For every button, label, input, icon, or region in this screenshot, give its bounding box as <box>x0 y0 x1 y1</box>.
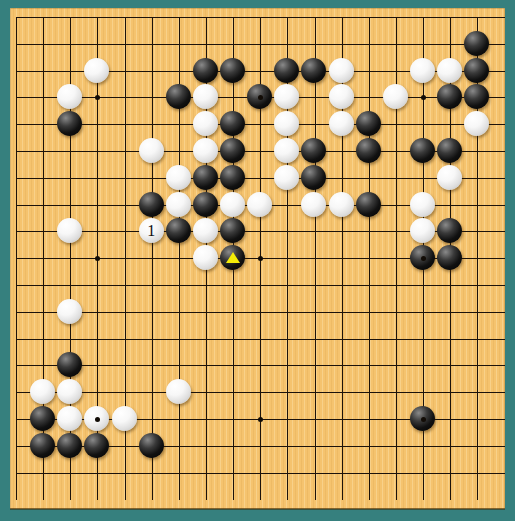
black-stone[interactable] <box>220 111 245 136</box>
triangle-marker <box>226 252 240 263</box>
hoshi-star-point <box>95 256 100 261</box>
white-stone[interactable] <box>57 84 82 109</box>
white-stone[interactable] <box>57 379 82 404</box>
white-stone[interactable]: 1 <box>139 218 164 243</box>
white-stone[interactable] <box>383 84 408 109</box>
black-stone[interactable] <box>220 138 245 163</box>
white-stone[interactable] <box>247 192 272 217</box>
black-stone[interactable] <box>193 165 218 190</box>
white-stone[interactable] <box>329 84 354 109</box>
black-stone[interactable] <box>193 192 218 217</box>
black-stone[interactable] <box>57 352 82 377</box>
board-bottom-shadow <box>10 508 505 510</box>
move-number-label: 1 <box>139 218 164 243</box>
black-stone[interactable] <box>220 58 245 83</box>
white-stone[interactable] <box>30 379 55 404</box>
hoshi-star-point <box>258 417 263 422</box>
black-stone[interactable] <box>220 165 245 190</box>
white-stone[interactable] <box>329 192 354 217</box>
black-stone[interactable] <box>356 192 381 217</box>
black-stone[interactable] <box>301 165 326 190</box>
board-frame: 1 <box>0 0 515 521</box>
hoshi-star-point <box>421 417 426 422</box>
black-stone[interactable] <box>139 192 164 217</box>
black-stone[interactable] <box>437 84 462 109</box>
hoshi-star-point <box>421 95 426 100</box>
white-stone[interactable] <box>329 58 354 83</box>
white-stone[interactable] <box>301 192 326 217</box>
white-stone[interactable] <box>220 192 245 217</box>
hoshi-star-point <box>258 256 263 261</box>
white-stone[interactable] <box>166 165 191 190</box>
white-stone[interactable] <box>193 245 218 270</box>
white-stone[interactable] <box>57 218 82 243</box>
white-stone[interactable] <box>274 84 299 109</box>
black-stone[interactable] <box>301 58 326 83</box>
black-stone[interactable] <box>464 58 489 83</box>
white-stone[interactable] <box>274 138 299 163</box>
black-stone[interactable] <box>356 138 381 163</box>
black-stone[interactable] <box>220 245 245 270</box>
white-stone[interactable] <box>166 192 191 217</box>
black-stone[interactable] <box>30 433 55 458</box>
black-stone[interactable] <box>464 31 489 56</box>
hoshi-star-point <box>95 417 100 422</box>
white-stone[interactable] <box>193 111 218 136</box>
black-stone[interactable] <box>166 218 191 243</box>
black-stone[interactable] <box>274 58 299 83</box>
white-stone[interactable] <box>139 138 164 163</box>
black-stone[interactable] <box>57 111 82 136</box>
hoshi-star-point <box>258 95 263 100</box>
black-stone[interactable] <box>437 218 462 243</box>
white-stone[interactable] <box>193 218 218 243</box>
white-stone[interactable] <box>274 165 299 190</box>
white-stone[interactable] <box>437 165 462 190</box>
black-stone[interactable] <box>301 138 326 163</box>
white-stone[interactable] <box>84 58 109 83</box>
white-stone[interactable] <box>410 192 435 217</box>
white-stone[interactable] <box>329 111 354 136</box>
black-stone[interactable] <box>166 84 191 109</box>
black-stone[interactable] <box>30 406 55 431</box>
black-stone[interactable] <box>437 245 462 270</box>
hoshi-star-point <box>95 95 100 100</box>
black-stone[interactable] <box>193 58 218 83</box>
white-stone[interactable] <box>410 218 435 243</box>
white-stone[interactable] <box>410 58 435 83</box>
black-stone[interactable] <box>84 433 109 458</box>
white-stone[interactable] <box>193 138 218 163</box>
white-stone[interactable] <box>112 406 137 431</box>
goban[interactable]: 1 <box>10 8 505 509</box>
hoshi-star-point <box>421 256 426 261</box>
black-stone[interactable] <box>437 138 462 163</box>
black-stone[interactable] <box>410 138 435 163</box>
black-stone[interactable] <box>57 433 82 458</box>
white-stone[interactable] <box>437 58 462 83</box>
black-stone[interactable] <box>464 84 489 109</box>
black-stone[interactable] <box>220 218 245 243</box>
black-stone[interactable] <box>139 433 164 458</box>
white-stone[interactable] <box>166 379 191 404</box>
black-stone[interactable] <box>356 111 381 136</box>
white-stone[interactable] <box>57 406 82 431</box>
white-stone[interactable] <box>57 299 82 324</box>
white-stone[interactable] <box>464 111 489 136</box>
white-stone[interactable] <box>193 84 218 109</box>
white-stone[interactable] <box>274 111 299 136</box>
